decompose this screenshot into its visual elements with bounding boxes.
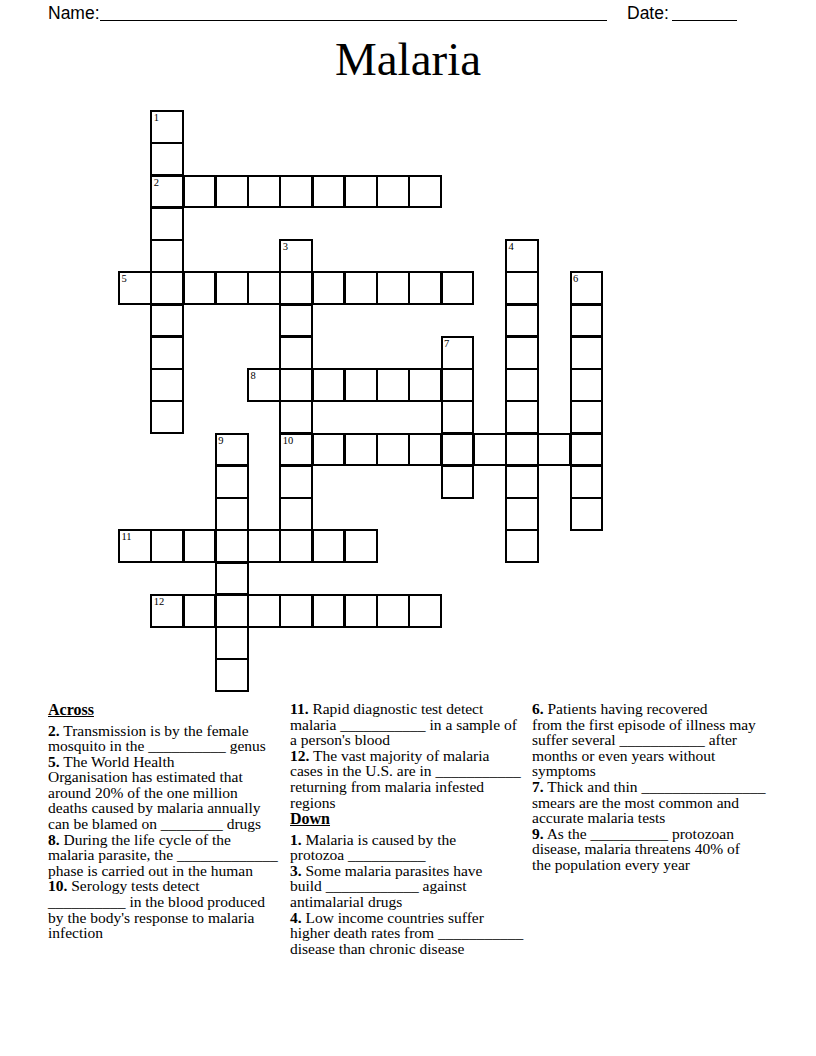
date-blank-line	[672, 20, 737, 21]
clue-number-7: 7	[444, 338, 449, 349]
clue-5: 5. The World Health Organisation has est…	[48, 754, 293, 832]
clue-num-label: 6.	[532, 700, 544, 717]
clue-text: The vast majority of malaria cases in th…	[290, 747, 521, 811]
cell-r5c14[interactable]: 6	[570, 271, 604, 305]
cell-r8c5[interactable]	[279, 368, 313, 402]
clue-6: 6. Patients having recovered from the fi…	[532, 701, 774, 779]
cell-r15c3[interactable]	[215, 594, 249, 628]
clue-num-label: 9.	[532, 825, 544, 842]
cell-r5c7[interactable]	[344, 271, 378, 305]
cell-r5c8[interactable]	[376, 271, 410, 305]
cell-r10c3[interactable]: 9	[215, 433, 249, 467]
cell-r11c10[interactable]	[441, 465, 475, 499]
cell-r10c12[interactable]	[505, 433, 539, 467]
clue-number-9: 9	[218, 435, 223, 446]
cell-r10c8[interactable]	[376, 433, 410, 467]
clue-number-8: 8	[251, 370, 256, 381]
cell-r13c3[interactable]	[215, 529, 249, 563]
clue-num-label: 12.	[290, 747, 309, 764]
clue-text: As the __________ protozoan disease, mal…	[532, 825, 740, 873]
cell-r1c1[interactable]	[150, 142, 184, 176]
cell-r11c3[interactable]	[215, 465, 249, 499]
cell-r2c3[interactable]	[215, 175, 249, 209]
clue-num-label: 10.	[48, 877, 67, 894]
cell-r8c14[interactable]	[570, 368, 604, 402]
clue-2: 2. Transmission is by the female mosquit…	[48, 723, 293, 754]
cell-r2c1[interactable]: 2	[150, 175, 184, 209]
clue-column-3: 6. Patients having recovered from the fi…	[532, 701, 774, 873]
cell-r2c5[interactable]	[279, 175, 313, 209]
clue-text: The World Health Organisation has estima…	[48, 753, 261, 832]
cell-r10c6[interactable]	[312, 433, 346, 467]
clue-text: Patients having recovered from the first…	[532, 700, 756, 779]
clue-text: During the life cycle of the malaria par…	[48, 831, 278, 879]
cell-r2c8[interactable]	[376, 175, 410, 209]
clue-num-label: 8.	[48, 831, 60, 848]
clue-4: 4. Low income countries suffer higher de…	[290, 910, 528, 957]
cell-r13c6[interactable]	[312, 529, 346, 563]
cell-r5c6[interactable]	[312, 271, 346, 305]
cell-r2c6[interactable]	[312, 175, 346, 209]
cell-r10c7[interactable]	[344, 433, 378, 467]
clue-num-label: 5.	[48, 753, 60, 770]
cell-r10c9[interactable]	[408, 433, 442, 467]
clue-11: 11. Rapid diagnostic test detect malaria…	[290, 701, 528, 748]
clue-3: 3. Some malaria parasites have build ___…	[290, 863, 528, 910]
cell-r10c5[interactable]: 10	[279, 433, 313, 467]
cell-r5c12[interactable]	[505, 271, 539, 305]
cell-r6c5[interactable]	[279, 304, 313, 338]
cell-r4c1[interactable]	[150, 239, 184, 273]
clue-1: 1. Malaria is caused by the protozoa ___…	[290, 832, 528, 863]
cell-r8c6[interactable]	[312, 368, 346, 402]
cell-r13c12[interactable]	[505, 529, 539, 563]
cell-r17c3[interactable]	[215, 658, 249, 692]
clue-num-label: 4.	[290, 909, 302, 926]
clue-number-2: 2	[154, 177, 159, 188]
cell-r13c0[interactable]: 11	[118, 529, 152, 563]
cell-r7c5[interactable]	[279, 336, 313, 370]
cell-r9c1[interactable]	[150, 400, 184, 434]
cell-r8c7[interactable]	[344, 368, 378, 402]
cell-r6c14[interactable]	[570, 304, 604, 338]
name-label: Name:	[48, 3, 100, 24]
cell-r15c5[interactable]	[279, 594, 313, 628]
clue-10: 10. Serology tests detect __________ in …	[48, 878, 293, 940]
cell-r9c12[interactable]	[505, 400, 539, 434]
cell-r4c12[interactable]: 4	[505, 239, 539, 273]
cell-r13c5[interactable]	[279, 529, 313, 563]
page-title: Malaria	[0, 32, 816, 86]
cell-r8c8[interactable]	[376, 368, 410, 402]
cell-r6c1[interactable]	[150, 304, 184, 338]
cell-r5c2[interactable]	[183, 271, 217, 305]
clue-8: 8. During the life cycle of the malaria …	[48, 832, 293, 879]
clue-text: Malaria is caused by the protozoa ______…	[290, 831, 456, 864]
cell-r10c11[interactable]	[473, 433, 507, 467]
cell-r2c4[interactable]	[247, 175, 281, 209]
crossword-grid: 123456789101112	[118, 110, 604, 693]
cell-r9c5[interactable]	[279, 400, 313, 434]
cell-r12c5[interactable]	[279, 497, 313, 531]
cell-r10c13[interactable]	[537, 433, 571, 467]
cell-r16c3[interactable]	[215, 626, 249, 660]
cell-r6c12[interactable]	[505, 304, 539, 338]
cell-r7c12[interactable]	[505, 336, 539, 370]
cell-r7c14[interactable]	[570, 336, 604, 370]
clue-text: Some malaria parasites have build ______…	[290, 862, 482, 910]
cell-r13c7[interactable]	[344, 529, 378, 563]
clue-heading-across: Across	[48, 702, 293, 718]
cell-r3c1[interactable]	[150, 207, 184, 241]
clue-column-2: 11. Rapid diagnostic test detect malaria…	[290, 701, 528, 956]
cell-r12c12[interactable]	[505, 497, 539, 531]
name-blank-line	[100, 20, 607, 21]
clue-number-4: 4	[509, 241, 514, 252]
clue-number-6: 6	[573, 273, 578, 284]
cell-r5c9[interactable]	[408, 271, 442, 305]
cell-r12c14[interactable]	[570, 497, 604, 531]
cell-r8c12[interactable]	[505, 368, 539, 402]
cell-r13c2[interactable]	[183, 529, 217, 563]
cell-r2c2[interactable]	[183, 175, 217, 209]
clue-heading-down: Down	[290, 811, 528, 827]
clue-text: Low income countries suffer higher death…	[290, 909, 523, 957]
clue-num-label: 3.	[290, 862, 302, 879]
cell-r5c3[interactable]	[215, 271, 249, 305]
cell-r8c10[interactable]	[441, 368, 475, 402]
cell-r8c4[interactable]: 8	[247, 368, 281, 402]
crossword-worksheet-page: { "game": "crossword", "title": "Malaria…	[0, 0, 816, 1056]
clue-number-10: 10	[283, 435, 294, 446]
clue-text: Transmission is by the female mosquito i…	[48, 722, 266, 755]
clue-number-11: 11	[122, 531, 132, 542]
cell-r7c1[interactable]	[150, 336, 184, 370]
cell-r12c3[interactable]	[215, 497, 249, 531]
clue-number-5: 5	[122, 273, 127, 284]
cell-r15c2[interactable]	[183, 594, 217, 628]
cell-r5c10[interactable]	[441, 271, 475, 305]
cell-r14c3[interactable]	[215, 562, 249, 596]
clue-num-label: 7.	[532, 778, 544, 795]
cell-r13c1[interactable]	[150, 529, 184, 563]
clue-num-label: 11.	[290, 700, 309, 717]
clue-9: 9. As the __________ protozoan disease, …	[532, 826, 774, 873]
cell-r5c1[interactable]	[150, 271, 184, 305]
cell-r10c10[interactable]	[441, 433, 475, 467]
cell-r9c14[interactable]	[570, 400, 604, 434]
cell-r10c14[interactable]	[570, 433, 604, 467]
cell-r7c10[interactable]: 7	[441, 336, 475, 370]
cell-r15c1[interactable]: 12	[150, 594, 184, 628]
cell-r2c9[interactable]	[408, 175, 442, 209]
clue-number-3: 3	[283, 241, 288, 252]
clue-text: Thick and thin ________________ smears a…	[532, 778, 766, 826]
clue-number-12: 12	[154, 596, 165, 607]
clue-7: 7. Thick and thin ________________ smear…	[532, 779, 774, 826]
cell-r2c7[interactable]	[344, 175, 378, 209]
cell-r15c4[interactable]	[247, 594, 281, 628]
cell-r0c1[interactable]: 1	[150, 110, 184, 144]
cell-r5c4[interactable]	[247, 271, 281, 305]
clue-column-1: Across2. Transmission is by the female m…	[48, 701, 293, 941]
cell-r8c1[interactable]	[150, 368, 184, 402]
cell-r8c9[interactable]	[408, 368, 442, 402]
clue-num-label: 2.	[48, 722, 60, 739]
clue-12: 12. The vast majority of malaria cases i…	[290, 748, 528, 810]
cell-r15c6[interactable]	[312, 594, 346, 628]
clue-text: Rapid diagnostic test detect malaria ___…	[290, 700, 517, 748]
cell-r15c8[interactable]	[376, 594, 410, 628]
date-label: Date:	[627, 3, 669, 24]
clue-num-label: 1.	[290, 831, 302, 848]
cell-r13c4[interactable]	[247, 529, 281, 563]
cell-r4c5[interactable]: 3	[279, 239, 313, 273]
cell-r5c5[interactable]	[279, 271, 313, 305]
clue-number-1: 1	[154, 112, 159, 123]
cell-r11c14[interactable]	[570, 465, 604, 499]
clue-text: Serology tests detect __________ in the …	[48, 877, 265, 941]
cell-r5c0[interactable]: 5	[118, 271, 152, 305]
cell-r15c9[interactable]	[408, 594, 442, 628]
cell-r11c5[interactable]	[279, 465, 313, 499]
cell-r9c10[interactable]	[441, 400, 475, 434]
cell-r15c7[interactable]	[344, 594, 378, 628]
cell-r11c12[interactable]	[505, 465, 539, 499]
